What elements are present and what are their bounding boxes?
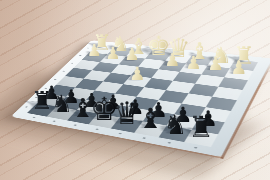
pieces-layer: ♜♜♞♞♝♝♛♛♚♚♝♝♞♞♜♜♟♟♟♟♟♟♟♟♟♟♟♟♟♟♟♟♟♟♟♟♟♟♟♟… (0, 0, 270, 180)
piece-black-rook-a8[interactable]: ♜ (188, 113, 214, 142)
photo-scene: ♜♜♞♞♝♝♛♛♚♚♝♝♞♞♜♜♟♟♟♟♟♟♟♟♟♟♟♟♟♟♟♟♟♟♟♟♟♟♟♟… (0, 0, 270, 180)
piece-white-pawn-b2[interactable]: ♟ (207, 56, 224, 75)
piece-white-pawn-f2[interactable]: ♟ (124, 47, 139, 64)
piece-white-pawn-d2[interactable]: ♟ (164, 51, 180, 69)
piece-white-pawn-a2[interactable]: ♟ (230, 58, 247, 77)
piece-white-pawn-e4[interactable]: ♟ (129, 66, 145, 84)
